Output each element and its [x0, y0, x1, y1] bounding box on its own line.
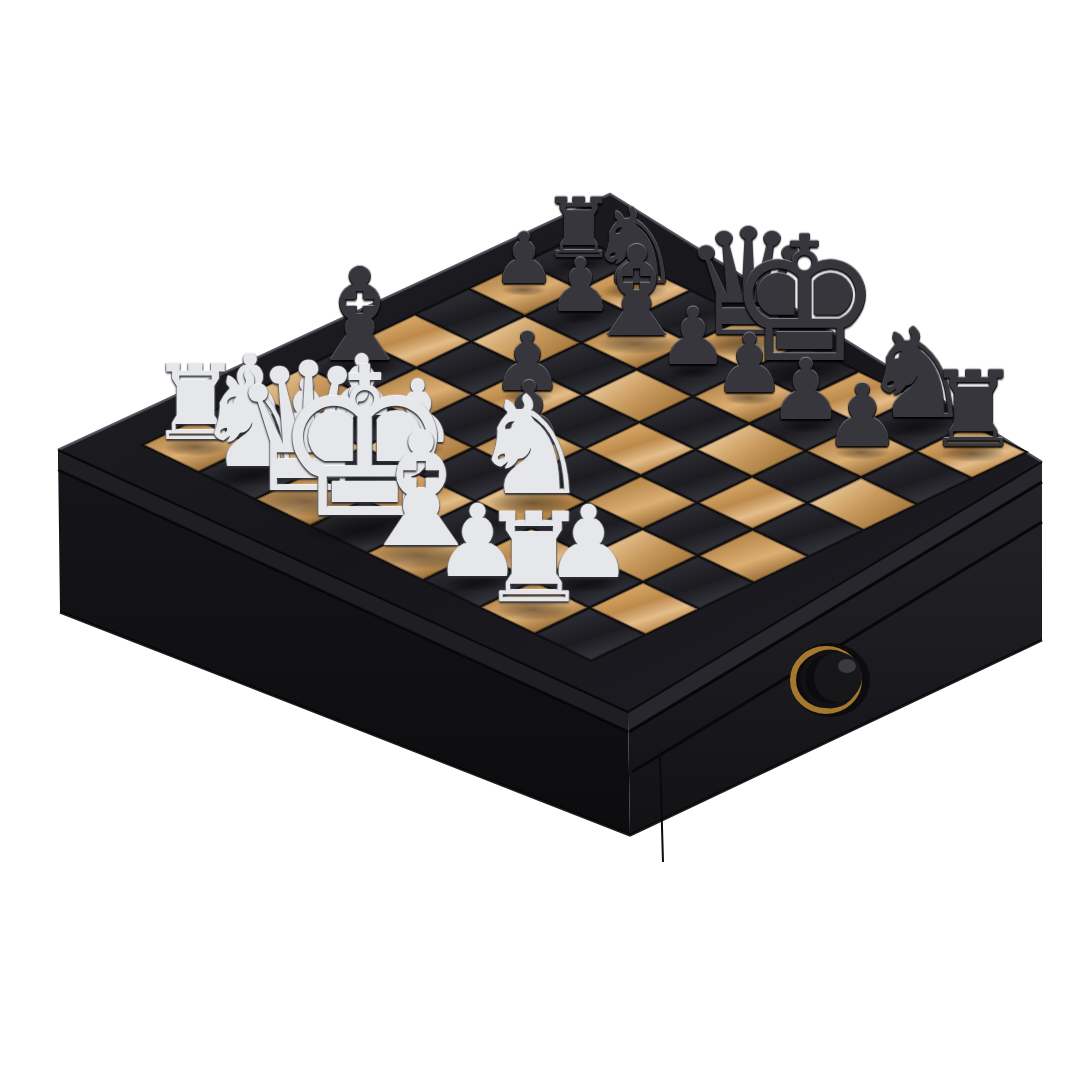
pieces-layer: ♜♟♞♟♝♛♝♟♚♟♟♟♟♟♞♜♟♟♟♟♜♞♛♞♚♝♟♟♜ — [0, 0, 1080, 1080]
chess-set-photo: ♜♟♞♟♝♛♝♟♚♟♟♟♟♟♞♜♟♟♟♟♜♞♛♞♚♝♟♟♜ — [0, 0, 1080, 1080]
piece-white-rook-g1: ♜ — [479, 498, 589, 621]
piece-black-rook-h8: ♜ — [927, 357, 1021, 462]
piece-black-pawn-a7: ♟ — [492, 224, 556, 295]
piece-black-pawn-g7: ♟ — [823, 373, 901, 460]
